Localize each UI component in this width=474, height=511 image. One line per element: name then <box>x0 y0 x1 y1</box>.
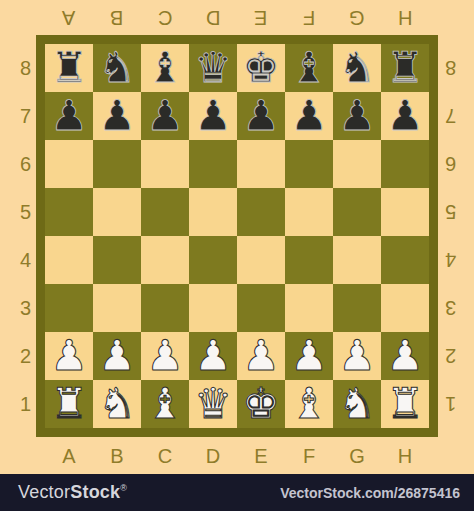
square-a1: ♜ <box>45 380 93 428</box>
square-f7: ♟ <box>285 92 333 140</box>
black-rook-h8: ♜ <box>386 44 424 92</box>
square-e6 <box>237 140 285 188</box>
square-h3 <box>381 284 429 332</box>
black-pawn-f7: ♟ <box>290 92 328 140</box>
square-e2: ♟ <box>237 332 285 380</box>
square-b3 <box>93 284 141 332</box>
black-knight-g8: ♞ <box>338 44 376 92</box>
rank-labels-right: 87654321 <box>438 44 474 428</box>
chess-board: ♜♞♝♛♚♝♞♜♟♟♟♟♟♟♟♟♟♟♟♟♟♟♟♟♜♞♝♛♚♝♞♜ <box>45 44 429 428</box>
rank-label-right-3: 3 <box>445 298 456 318</box>
square-a7: ♟ <box>45 92 93 140</box>
black-pawn-a7: ♟ <box>50 92 88 140</box>
file-label-bottom-b: B <box>110 446 123 466</box>
white-pawn-h2: ♟ <box>386 332 424 380</box>
black-bishop-f8: ♝ <box>290 44 328 92</box>
square-h7: ♟ <box>381 92 429 140</box>
white-knight-g1: ♞ <box>338 380 376 428</box>
square-h8: ♜ <box>381 44 429 92</box>
square-e4 <box>237 236 285 284</box>
rank-label-left-4: 4 <box>20 250 31 270</box>
white-queen-d1: ♛ <box>194 380 232 428</box>
white-bishop-f1: ♝ <box>290 380 328 428</box>
registered-mark: ® <box>120 483 127 493</box>
square-g5 <box>333 188 381 236</box>
file-label-top-b: B <box>110 8 123 28</box>
file-label-bottom-a: A <box>62 446 75 466</box>
black-queen-d8: ♛ <box>194 44 232 92</box>
black-pawn-d7: ♟ <box>194 92 232 140</box>
black-king-e8: ♚ <box>242 44 280 92</box>
square-e8: ♚ <box>237 44 285 92</box>
square-d8: ♛ <box>189 44 237 92</box>
square-b5 <box>93 188 141 236</box>
square-c1: ♝ <box>141 380 189 428</box>
square-a2: ♟ <box>45 332 93 380</box>
square-d2: ♟ <box>189 332 237 380</box>
file-label-bottom-f: F <box>303 446 315 466</box>
rank-label-left-7: 7 <box>20 106 31 126</box>
square-g1: ♞ <box>333 380 381 428</box>
black-pawn-c7: ♟ <box>146 92 184 140</box>
file-label-top-a: A <box>62 8 75 28</box>
file-label-bottom-h: H <box>398 446 412 466</box>
white-pawn-e2: ♟ <box>242 332 280 380</box>
square-g3 <box>333 284 381 332</box>
square-f2: ♟ <box>285 332 333 380</box>
rank-label-right-2: 2 <box>445 346 456 366</box>
square-h5 <box>381 188 429 236</box>
file-label-bottom-c: C <box>158 446 172 466</box>
square-d3 <box>189 284 237 332</box>
board-frame: ♜♞♝♛♚♝♞♜♟♟♟♟♟♟♟♟♟♟♟♟♟♟♟♟♜♞♝♛♚♝♞♜ <box>36 35 438 437</box>
white-rook-a1: ♜ <box>50 380 88 428</box>
square-d4 <box>189 236 237 284</box>
rank-label-right-6: 6 <box>445 154 456 174</box>
rank-labels-left: 87654321 <box>0 44 36 428</box>
rank-label-left-1: 1 <box>20 394 31 414</box>
rank-label-left-6: 6 <box>20 154 31 174</box>
square-c6 <box>141 140 189 188</box>
square-d6 <box>189 140 237 188</box>
square-c3 <box>141 284 189 332</box>
brand-bold: Stock <box>70 482 120 502</box>
white-knight-b1: ♞ <box>98 380 136 428</box>
square-e1: ♚ <box>237 380 285 428</box>
white-pawn-a2: ♟ <box>50 332 88 380</box>
white-pawn-d2: ♟ <box>194 332 232 380</box>
watermark-bar: VectorStock® VectorStock.com/26875416 <box>0 474 474 511</box>
black-pawn-b7: ♟ <box>98 92 136 140</box>
file-label-bottom-g: G <box>349 446 365 466</box>
rank-label-right-5: 5 <box>445 202 456 222</box>
square-f8: ♝ <box>285 44 333 92</box>
brand-regular: Vector <box>18 482 70 502</box>
file-label-bottom-e: E <box>254 446 267 466</box>
file-label-bottom-d: D <box>206 446 220 466</box>
white-rook-h1: ♜ <box>386 380 424 428</box>
square-g8: ♞ <box>333 44 381 92</box>
black-rook-a8: ♜ <box>50 44 88 92</box>
square-g2: ♟ <box>333 332 381 380</box>
square-g7: ♟ <box>333 92 381 140</box>
square-c8: ♝ <box>141 44 189 92</box>
black-bishop-c8: ♝ <box>146 44 184 92</box>
square-h6 <box>381 140 429 188</box>
square-f5 <box>285 188 333 236</box>
black-knight-b8: ♞ <box>98 44 136 92</box>
square-c7: ♟ <box>141 92 189 140</box>
rank-label-left-8: 8 <box>20 58 31 78</box>
square-a4 <box>45 236 93 284</box>
rank-label-right-7: 7 <box>445 106 456 126</box>
rank-label-right-8: 8 <box>445 58 456 78</box>
square-h4 <box>381 236 429 284</box>
square-b7: ♟ <box>93 92 141 140</box>
vectorstock-logo: VectorStock® <box>18 482 127 503</box>
file-label-top-f: F <box>303 8 315 28</box>
square-a3 <box>45 284 93 332</box>
file-label-top-d: D <box>206 8 220 28</box>
black-pawn-e7: ♟ <box>242 92 280 140</box>
square-e5 <box>237 188 285 236</box>
square-e3 <box>237 284 285 332</box>
square-b1: ♞ <box>93 380 141 428</box>
square-b2: ♟ <box>93 332 141 380</box>
rank-label-left-2: 2 <box>20 346 31 366</box>
square-f3 <box>285 284 333 332</box>
file-label-top-h: H <box>398 8 412 28</box>
file-label-top-e: E <box>254 8 267 28</box>
square-g6 <box>333 140 381 188</box>
file-label-top-c: C <box>158 8 172 28</box>
file-label-top-g: G <box>349 8 365 28</box>
file-labels-bottom: ABCDEFGH <box>45 437 429 474</box>
square-b6 <box>93 140 141 188</box>
rank-label-left-3: 3 <box>20 298 31 318</box>
square-f1: ♝ <box>285 380 333 428</box>
square-d7: ♟ <box>189 92 237 140</box>
square-c4 <box>141 236 189 284</box>
square-d5 <box>189 188 237 236</box>
white-bishop-c1: ♝ <box>146 380 184 428</box>
file-labels-top: ABCDEFGH <box>45 0 429 35</box>
rank-label-right-4: 4 <box>445 250 456 270</box>
white-pawn-b2: ♟ <box>98 332 136 380</box>
square-c5 <box>141 188 189 236</box>
square-a8: ♜ <box>45 44 93 92</box>
square-c2: ♟ <box>141 332 189 380</box>
black-pawn-g7: ♟ <box>338 92 376 140</box>
square-a6 <box>45 140 93 188</box>
white-pawn-f2: ♟ <box>290 332 328 380</box>
watermark-url: VectorStock.com/26875416 <box>280 485 460 501</box>
black-pawn-h7: ♟ <box>386 92 424 140</box>
square-f6 <box>285 140 333 188</box>
white-pawn-c2: ♟ <box>146 332 184 380</box>
white-pawn-g2: ♟ <box>338 332 376 380</box>
rank-label-right-1: 1 <box>445 394 456 414</box>
chess-diagram: ABCDEFGH 87654321 ♜♞♝♛♚♝♞♜♟♟♟♟♟♟♟♟♟♟♟♟♟♟… <box>0 0 474 511</box>
white-king-e1: ♚ <box>242 380 280 428</box>
square-h1: ♜ <box>381 380 429 428</box>
square-g4 <box>333 236 381 284</box>
rank-label-left-5: 5 <box>20 202 31 222</box>
square-b8: ♞ <box>93 44 141 92</box>
square-h2: ♟ <box>381 332 429 380</box>
square-a5 <box>45 188 93 236</box>
square-b4 <box>93 236 141 284</box>
square-d1: ♛ <box>189 380 237 428</box>
square-e7: ♟ <box>237 92 285 140</box>
square-f4 <box>285 236 333 284</box>
